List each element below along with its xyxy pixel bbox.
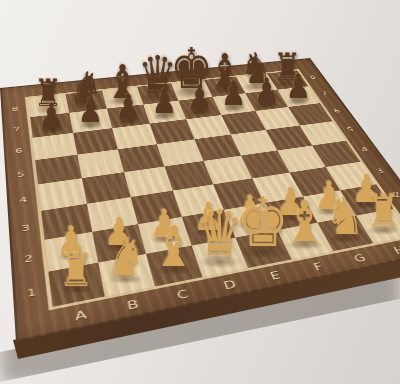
- rank-label-left-3: 3: [21, 223, 31, 233]
- rank-label-left-8: 8: [11, 106, 19, 112]
- rank-label-right-4: 4: [360, 146, 370, 153]
- file-label-a: A: [74, 307, 88, 322]
- photo-scene: 8765432187654321ABCDEFGH ♜♞♝♛♚♝♞♜♟♟♟♟♟♟♟…: [0, 0, 400, 384]
- rank-label-right-2: 2: [391, 190, 400, 198]
- square-b1: [98, 254, 155, 297]
- rank-label-left-7: 7: [13, 126, 21, 133]
- file-label-b: B: [126, 297, 141, 311]
- rank-label-left-4: 4: [19, 195, 28, 204]
- rank-label-left-6: 6: [15, 147, 24, 154]
- rank-label-left-2: 2: [24, 253, 34, 264]
- file-label-c: C: [175, 287, 190, 301]
- rank-label-right-5: 5: [345, 126, 355, 132]
- file-label-f: F: [311, 260, 325, 272]
- rank-label-right-8: 8: [309, 75, 318, 80]
- rank-label-right-3: 3: [375, 167, 386, 174]
- square-a1: [48, 263, 105, 307]
- file-label-d: D: [222, 277, 238, 290]
- file-label-h: H: [391, 244, 400, 256]
- rank-label-left-1: 1: [26, 287, 37, 299]
- rank-label-right-6: 6: [332, 108, 341, 114]
- rank-label-left-5: 5: [17, 170, 26, 178]
- file-label-e: E: [268, 269, 282, 281]
- file-label-g: G: [351, 252, 368, 264]
- rank-label-right-7: 7: [320, 91, 329, 96]
